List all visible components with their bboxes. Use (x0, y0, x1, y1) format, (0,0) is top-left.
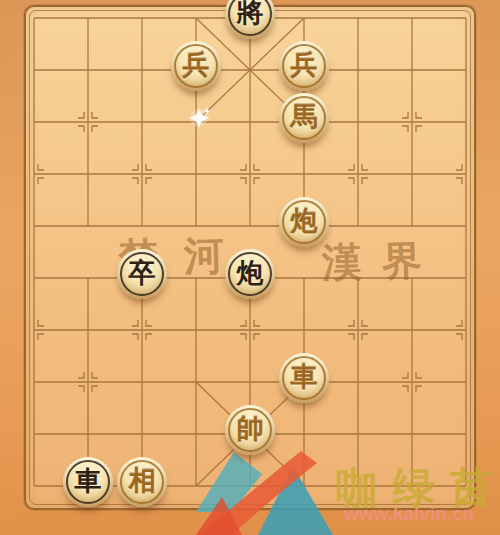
piece-red-相[interactable]: 相 (117, 457, 167, 507)
piece-red-兵[interactable]: 兵 (171, 41, 221, 91)
piece-character: 兵 (183, 52, 210, 79)
piece-character: 將 (237, 0, 264, 27)
piece-character: 車 (291, 364, 318, 391)
watermark-url-text: www.kalvin.cn (344, 503, 474, 525)
piece-character: 炮 (291, 208, 318, 235)
piece-red-兵[interactable]: 兵 (279, 41, 329, 91)
piece-red-炮[interactable]: 炮 (279, 197, 329, 247)
piece-character: 卒 (129, 260, 156, 287)
piece-black-將[interactable]: 將 (225, 0, 275, 39)
piece-character: 帥 (237, 416, 264, 443)
piece-red-帥[interactable]: 帥 (225, 405, 275, 455)
piece-character: 兵 (291, 52, 318, 79)
piece-black-炮[interactable]: 炮 (225, 249, 275, 299)
xiangqi-game-screen: 楚河 漢界 將兵兵馬炮卒炮車帥車相 咖绿茵 www.kalvin.cn (0, 0, 500, 535)
pieces-layer: 將兵兵馬炮卒炮車帥車相 (0, 0, 500, 535)
piece-character: 車 (75, 468, 102, 495)
piece-character: 炮 (237, 260, 264, 287)
piece-red-馬[interactable]: 馬 (279, 93, 329, 143)
piece-red-車[interactable]: 車 (279, 353, 329, 403)
piece-character: 馬 (291, 104, 318, 131)
piece-black-車[interactable]: 車 (63, 457, 113, 507)
piece-black-卒[interactable]: 卒 (117, 249, 167, 299)
piece-character: 相 (129, 468, 156, 495)
